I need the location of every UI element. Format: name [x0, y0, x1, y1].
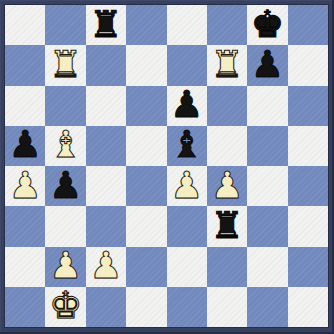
square-a8[interactable] — [5, 5, 45, 45]
square-f5[interactable] — [207, 126, 247, 166]
piece-black-pawn[interactable]: ♟ — [170, 86, 203, 123]
square-d5[interactable] — [126, 126, 166, 166]
square-h6[interactable] — [288, 86, 328, 126]
piece-black-pawn[interactable]: ♟ — [9, 126, 42, 163]
piece-white-rook[interactable]: ♜ — [210, 46, 243, 83]
square-h5[interactable] — [288, 126, 328, 166]
piece-white-pawn[interactable]: ♟ — [210, 167, 243, 204]
square-h3[interactable] — [288, 206, 328, 246]
piece-black-bishop[interactable]: ♝ — [170, 126, 203, 163]
square-b5[interactable]: ♝ — [45, 126, 85, 166]
square-a1[interactable] — [5, 287, 45, 327]
square-e1[interactable] — [167, 287, 207, 327]
square-b6[interactable] — [45, 86, 85, 126]
square-e6[interactable]: ♟ — [167, 86, 207, 126]
square-c2[interactable]: ♟ — [86, 247, 126, 287]
piece-white-pawn[interactable]: ♟ — [49, 247, 82, 284]
chess-board: ♜♚♜♜♟♟♟♝♝♟♟♟♟♜♟♟♚ — [5, 5, 328, 327]
square-e2[interactable] — [167, 247, 207, 287]
square-f3[interactable]: ♜ — [207, 206, 247, 246]
square-f8[interactable] — [207, 5, 247, 45]
square-a4[interactable]: ♟ — [5, 166, 45, 206]
square-a3[interactable] — [5, 206, 45, 246]
square-f6[interactable] — [207, 86, 247, 126]
square-c3[interactable] — [86, 206, 126, 246]
piece-white-pawn[interactable]: ♟ — [9, 167, 42, 204]
square-a7[interactable] — [5, 45, 45, 85]
square-c1[interactable] — [86, 287, 126, 327]
square-e4[interactable]: ♟ — [167, 166, 207, 206]
square-d8[interactable] — [126, 5, 166, 45]
piece-white-king[interactable]: ♚ — [49, 287, 82, 324]
square-g8[interactable]: ♚ — [247, 5, 287, 45]
square-c7[interactable] — [86, 45, 126, 85]
square-g3[interactable] — [247, 206, 287, 246]
square-g7[interactable]: ♟ — [247, 45, 287, 85]
square-b1[interactable]: ♚ — [45, 287, 85, 327]
square-c8[interactable]: ♜ — [86, 5, 126, 45]
square-b4[interactable]: ♟ — [45, 166, 85, 206]
piece-black-rook[interactable]: ♜ — [210, 207, 243, 244]
square-h1[interactable] — [288, 287, 328, 327]
square-h4[interactable] — [288, 166, 328, 206]
square-a6[interactable] — [5, 86, 45, 126]
square-d1[interactable] — [126, 287, 166, 327]
square-a2[interactable] — [5, 247, 45, 287]
square-g2[interactable] — [247, 247, 287, 287]
square-f2[interactable] — [207, 247, 247, 287]
piece-white-bishop[interactable]: ♝ — [49, 126, 82, 163]
piece-black-pawn[interactable]: ♟ — [49, 167, 82, 204]
square-f7[interactable]: ♜ — [207, 45, 247, 85]
square-e3[interactable] — [167, 206, 207, 246]
chess-board-frame: ♜♚♜♜♟♟♟♝♝♟♟♟♟♜♟♟♚ — [0, 0, 334, 334]
square-d7[interactable] — [126, 45, 166, 85]
square-g1[interactable] — [247, 287, 287, 327]
square-h7[interactable] — [288, 45, 328, 85]
square-e8[interactable] — [167, 5, 207, 45]
square-c4[interactable] — [86, 166, 126, 206]
square-e7[interactable] — [167, 45, 207, 85]
square-d2[interactable] — [126, 247, 166, 287]
square-g4[interactable] — [247, 166, 287, 206]
square-d6[interactable] — [126, 86, 166, 126]
piece-white-rook[interactable]: ♜ — [49, 46, 82, 83]
piece-white-pawn[interactable]: ♟ — [170, 167, 203, 204]
square-b2[interactable]: ♟ — [45, 247, 85, 287]
square-e5[interactable]: ♝ — [167, 126, 207, 166]
square-d3[interactable] — [126, 206, 166, 246]
piece-black-pawn[interactable]: ♟ — [251, 46, 284, 83]
square-g5[interactable] — [247, 126, 287, 166]
square-f4[interactable]: ♟ — [207, 166, 247, 206]
piece-white-pawn[interactable]: ♟ — [89, 247, 122, 284]
piece-black-rook[interactable]: ♜ — [89, 6, 122, 43]
square-b8[interactable] — [45, 5, 85, 45]
square-a5[interactable]: ♟ — [5, 126, 45, 166]
square-h2[interactable] — [288, 247, 328, 287]
square-g6[interactable] — [247, 86, 287, 126]
square-f1[interactable] — [207, 287, 247, 327]
square-c6[interactable] — [86, 86, 126, 126]
square-b7[interactable]: ♜ — [45, 45, 85, 85]
square-c5[interactable] — [86, 126, 126, 166]
piece-black-king[interactable]: ♚ — [251, 6, 284, 43]
square-b3[interactable] — [45, 206, 85, 246]
square-h8[interactable] — [288, 5, 328, 45]
square-d4[interactable] — [126, 166, 166, 206]
